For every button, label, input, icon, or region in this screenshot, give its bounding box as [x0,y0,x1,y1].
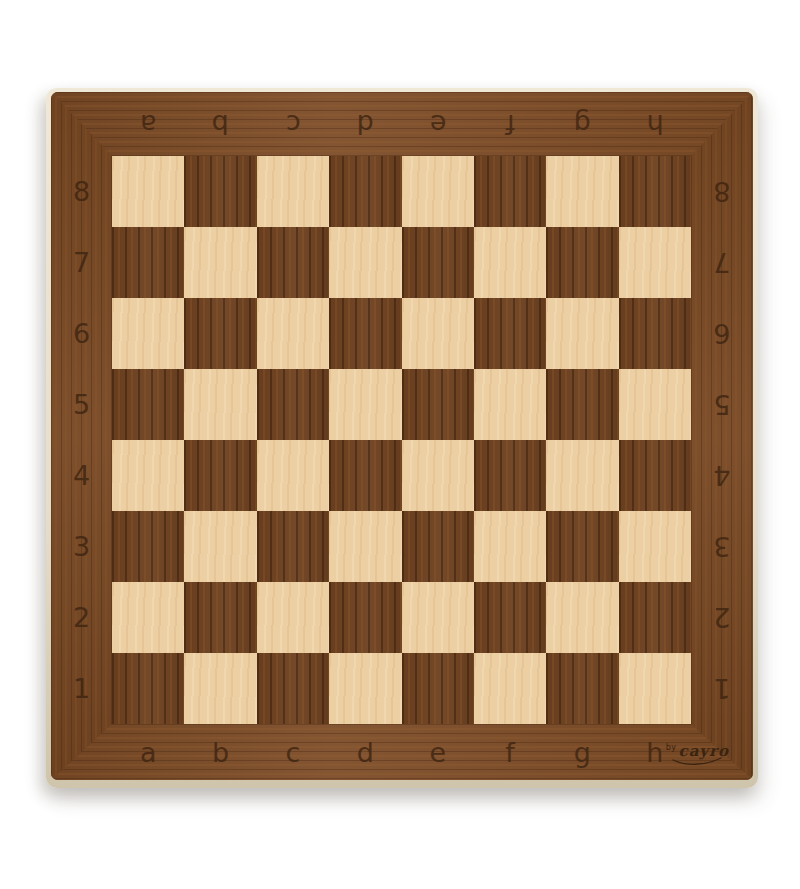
rank-label-left-4: 4 [51,440,112,511]
square-d3[interactable] [329,511,401,582]
square-a3[interactable] [112,511,184,582]
square-b7[interactable] [184,227,256,298]
rank-label-right-4: 4 [691,440,753,511]
brand-prefix: by [666,743,677,752]
square-d1[interactable] [329,653,401,724]
square-c6[interactable] [257,298,329,369]
square-d6[interactable] [329,298,401,369]
square-g2[interactable] [546,582,618,653]
square-a2[interactable] [112,582,184,653]
square-e3[interactable] [402,511,474,582]
square-c2[interactable] [257,582,329,653]
square-c8[interactable] [257,156,329,227]
square-c7[interactable] [257,227,329,298]
square-h3[interactable] [619,511,691,582]
file-label-top-f: f [474,111,546,138]
page-background: abcdefgh abcdefgh 87654321 87654321 byca… [0,0,800,889]
square-h7[interactable] [619,227,691,298]
square-b3[interactable] [184,511,256,582]
square-h2[interactable] [619,582,691,653]
square-f5[interactable] [474,369,546,440]
rank-label-right-8: 8 [691,156,753,227]
square-c1[interactable] [257,653,329,724]
file-label-bottom-e: e [402,739,474,766]
board-edge: abcdefgh abcdefgh 87654321 87654321 byca… [46,88,758,788]
square-a5[interactable] [112,369,184,440]
file-label-top-d: d [329,111,401,138]
square-e4[interactable] [402,440,474,511]
rank-label-right-5: 5 [691,369,753,440]
file-label-top-h: h [619,111,691,138]
square-a6[interactable] [112,298,184,369]
file-label-top-c: c [257,111,329,138]
files-bottom: abcdefgh [112,724,691,780]
square-h6[interactable] [619,298,691,369]
file-label-bottom-d: d [329,739,401,766]
square-h8[interactable] [619,156,691,227]
ranks-right: 87654321 [691,156,753,724]
square-f4[interactable] [474,440,546,511]
square-e7[interactable] [402,227,474,298]
rank-label-right-1: 1 [691,653,753,724]
square-g7[interactable] [546,227,618,298]
file-label-bottom-b: b [184,739,256,766]
rank-label-left-7: 7 [51,227,112,298]
square-g6[interactable] [546,298,618,369]
rank-label-left-1: 1 [51,653,112,724]
file-label-bottom-a: a [112,739,184,766]
files-top: abcdefgh [112,92,691,156]
file-label-top-a: a [112,111,184,138]
square-b6[interactable] [184,298,256,369]
square-c4[interactable] [257,440,329,511]
square-a4[interactable] [112,440,184,511]
square-a7[interactable] [112,227,184,298]
square-h4[interactable] [619,440,691,511]
rank-label-left-8: 8 [51,156,112,227]
square-b1[interactable] [184,653,256,724]
rank-label-right-7: 7 [691,227,753,298]
square-a8[interactable] [112,156,184,227]
square-f2[interactable] [474,582,546,653]
file-label-top-b: b [184,111,256,138]
rank-label-left-6: 6 [51,298,112,369]
square-g5[interactable] [546,369,618,440]
square-e2[interactable] [402,582,474,653]
square-e5[interactable] [402,369,474,440]
brand-swoosh-icon [671,757,723,766]
rank-label-left-3: 3 [51,511,112,582]
square-d2[interactable] [329,582,401,653]
square-g1[interactable] [546,653,618,724]
chess-board: abcdefgh abcdefgh 87654321 87654321 byca… [51,92,753,780]
square-b5[interactable] [184,369,256,440]
square-h1[interactable] [619,653,691,724]
brand-logo: bycayro [666,743,729,766]
square-d4[interactable] [329,440,401,511]
ranks-left: 87654321 [51,156,112,724]
rank-label-right-6: 6 [691,298,753,369]
square-c5[interactable] [257,369,329,440]
square-d8[interactable] [329,156,401,227]
rank-label-left-2: 2 [51,582,112,653]
square-f6[interactable] [474,298,546,369]
square-g3[interactable] [546,511,618,582]
square-f1[interactable] [474,653,546,724]
square-d7[interactable] [329,227,401,298]
board-grid [112,156,691,724]
square-h5[interactable] [619,369,691,440]
square-a1[interactable] [112,653,184,724]
square-e1[interactable] [402,653,474,724]
square-f8[interactable] [474,156,546,227]
rank-label-right-3: 3 [691,511,753,582]
square-e6[interactable] [402,298,474,369]
rank-label-left-5: 5 [51,369,112,440]
file-label-bottom-f: f [474,739,546,766]
file-label-top-e: e [402,111,474,138]
square-g4[interactable] [546,440,618,511]
file-label-top-g: g [546,111,618,138]
file-label-bottom-c: c [257,739,329,766]
square-b2[interactable] [184,582,256,653]
square-d5[interactable] [329,369,401,440]
rank-label-right-2: 2 [691,582,753,653]
square-e8[interactable] [402,156,474,227]
square-g8[interactable] [546,156,618,227]
file-label-bottom-g: g [546,739,618,766]
square-c3[interactable] [257,511,329,582]
square-f3[interactable] [474,511,546,582]
square-b8[interactable] [184,156,256,227]
square-b4[interactable] [184,440,256,511]
square-f7[interactable] [474,227,546,298]
